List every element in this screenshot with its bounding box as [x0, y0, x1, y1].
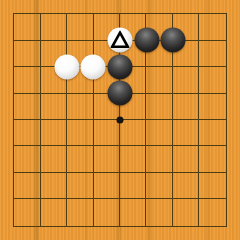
- board-cell: [14, 199, 40, 225]
- board-cell: [173, 199, 199, 225]
- black-stone[interactable]: [161, 27, 186, 52]
- go-board[interactable]: [0, 0, 240, 240]
- board-cell: [41, 199, 67, 225]
- board-cell: [14, 14, 40, 40]
- board-cell: [94, 173, 120, 199]
- board-cell: [14, 67, 40, 93]
- board-cell: [199, 41, 225, 67]
- board-cell: [94, 146, 120, 172]
- board-cell: [67, 120, 93, 146]
- white-stone[interactable]: [54, 54, 79, 79]
- board-cell: [14, 41, 40, 67]
- white-stone[interactable]: [108, 27, 133, 52]
- board-cell: [146, 146, 172, 172]
- board-cell: [67, 94, 93, 120]
- board-cell: [14, 173, 40, 199]
- board-cell: [173, 94, 199, 120]
- board-cell: [120, 120, 146, 146]
- board-cell: [146, 120, 172, 146]
- board-cell: [120, 173, 146, 199]
- board-cell: [146, 199, 172, 225]
- board-cell: [199, 14, 225, 40]
- board-cell: [41, 14, 67, 40]
- board-cell: [67, 173, 93, 199]
- board-cell: [67, 146, 93, 172]
- star-point: [117, 117, 124, 124]
- board-cell: [41, 146, 67, 172]
- board-cell: [94, 120, 120, 146]
- board-cell: [173, 173, 199, 199]
- board-cell: [146, 94, 172, 120]
- board-cell: [120, 146, 146, 172]
- board-cell: [199, 120, 225, 146]
- board-cell: [199, 199, 225, 225]
- board-cell: [199, 94, 225, 120]
- board-cell: [173, 146, 199, 172]
- board-cell: [199, 173, 225, 199]
- board-cell: [14, 120, 40, 146]
- black-stone[interactable]: [134, 27, 159, 52]
- board-cell: [14, 146, 40, 172]
- black-stone[interactable]: [108, 54, 133, 79]
- board-cell: [199, 146, 225, 172]
- board-cell: [173, 120, 199, 146]
- board-cell: [67, 14, 93, 40]
- board-cell: [41, 173, 67, 199]
- board-cell: [146, 173, 172, 199]
- black-stone[interactable]: [108, 81, 133, 106]
- board-cell: [94, 199, 120, 225]
- board-cell: [67, 199, 93, 225]
- board-cell: [41, 94, 67, 120]
- board-cell: [173, 67, 199, 93]
- board-cell: [146, 67, 172, 93]
- board-cell: [199, 67, 225, 93]
- board-cell: [41, 120, 67, 146]
- white-stone[interactable]: [81, 54, 106, 79]
- board-cell: [120, 199, 146, 225]
- board-cell: [14, 94, 40, 120]
